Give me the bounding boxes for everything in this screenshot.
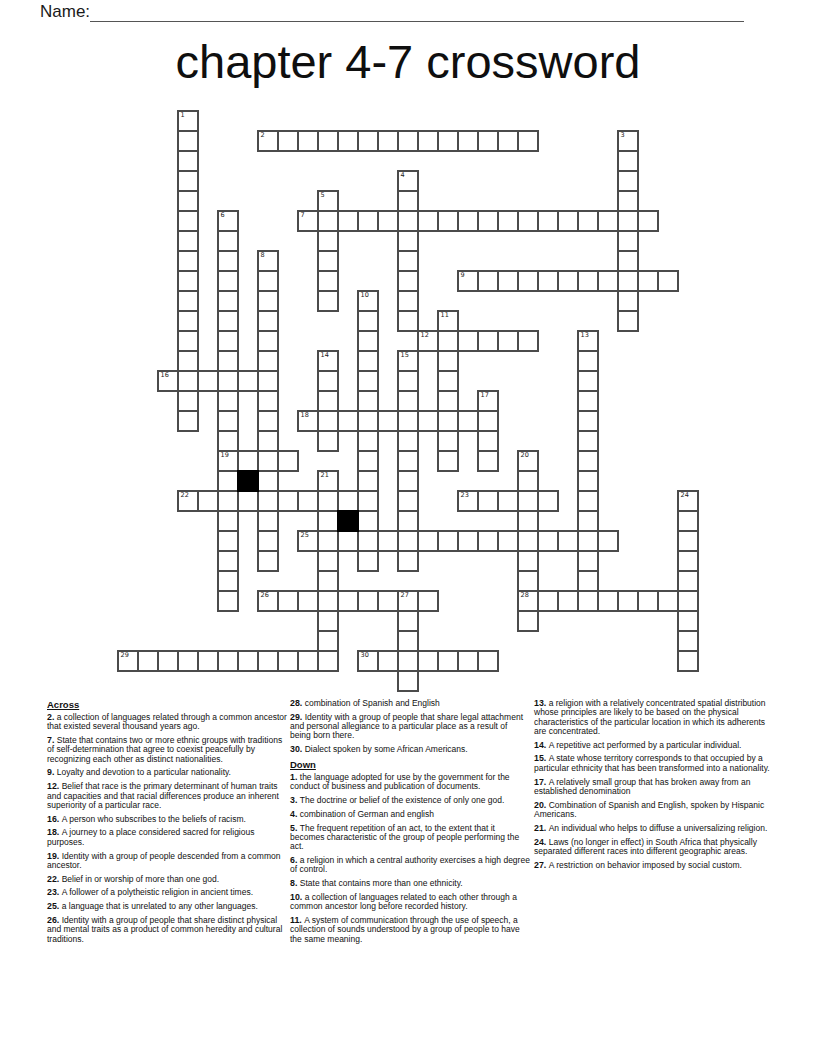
grid-cell[interactable] — [237, 450, 259, 472]
grid-cell[interactable] — [357, 530, 379, 552]
grid-cell[interactable] — [477, 410, 499, 432]
grid-cell[interactable] — [177, 330, 199, 352]
grid-cell[interactable] — [217, 490, 239, 512]
grid-cell[interactable] — [457, 410, 479, 432]
grid-cell[interactable] — [397, 450, 419, 472]
grid-cell[interactable]: 27 — [397, 590, 419, 612]
grid-cell[interactable] — [217, 250, 239, 272]
grid-cell[interactable] — [517, 270, 539, 292]
across-clue-18: 18. A journey to a place considered sacr… — [47, 828, 287, 847]
grid-cell[interactable] — [617, 230, 639, 252]
grid-cell[interactable]: 2 — [257, 130, 279, 152]
grid-cell[interactable]: 26 — [257, 590, 279, 612]
grid-cell[interactable] — [437, 410, 459, 432]
grid-cell[interactable] — [337, 410, 359, 432]
grid-cell[interactable] — [317, 530, 339, 552]
grid-cell[interactable] — [557, 210, 579, 232]
grid-cell[interactable] — [317, 410, 339, 432]
grid-cell[interactable] — [397, 630, 419, 652]
grid-cell[interactable] — [617, 170, 639, 192]
grid-cell[interactable] — [297, 590, 319, 612]
grid-cell[interactable] — [477, 530, 499, 552]
grid-cell[interactable] — [217, 410, 239, 432]
grid-cell[interactable] — [217, 230, 239, 252]
grid-cell[interactable] — [437, 370, 459, 392]
grid-cell[interactable] — [217, 330, 239, 352]
grid-cell[interactable]: 15 — [397, 350, 419, 372]
grid-cell[interactable] — [577, 590, 599, 612]
grid-cell[interactable] — [577, 530, 599, 552]
clue-number: 13 — [581, 332, 589, 340]
grid-cell[interactable] — [557, 530, 579, 552]
grid-cell[interactable] — [437, 330, 459, 352]
grid-cell[interactable] — [177, 350, 199, 372]
grid-cell[interactable] — [537, 490, 559, 512]
clue-number: 16 — [161, 372, 169, 380]
grid-cell[interactable] — [677, 550, 699, 572]
grid-cell[interactable] — [497, 530, 519, 552]
grid-cell[interactable] — [457, 650, 479, 672]
clue-number: 7 — [301, 212, 305, 220]
grid-cell[interactable]: 1 — [177, 110, 199, 132]
grid-cell[interactable]: 14 — [317, 350, 339, 372]
grid-cell[interactable] — [417, 650, 439, 672]
grid-cell[interactable] — [577, 390, 599, 412]
clue-column-2: 28. combination of Spanish and English29… — [290, 699, 530, 948]
grid-cell[interactable] — [217, 550, 239, 572]
name-blank-line — [90, 21, 744, 22]
grid-cell[interactable] — [397, 550, 419, 572]
grid-cell[interactable] — [517, 470, 539, 492]
grid-cell[interactable] — [437, 350, 459, 372]
grid-cell[interactable] — [577, 470, 599, 492]
grid-cell[interactable] — [557, 590, 579, 612]
grid-cell[interactable] — [677, 590, 699, 612]
grid-cell[interactable] — [477, 430, 499, 452]
grid-cell[interactable] — [177, 170, 199, 192]
grid-cell[interactable] — [477, 130, 499, 152]
grid-cell[interactable] — [397, 470, 419, 492]
grid-cell[interactable] — [397, 490, 419, 512]
grid-cell[interactable] — [177, 250, 199, 272]
grid-cell[interactable] — [657, 270, 679, 292]
grid-cell[interactable] — [577, 350, 599, 372]
grid-cell[interactable] — [317, 630, 339, 652]
grid-cell[interactable] — [377, 650, 399, 672]
grid-cell[interactable]: 30 — [357, 650, 379, 672]
grid-cell[interactable] — [517, 610, 539, 632]
grid-cell[interactable] — [277, 590, 299, 612]
grid-cell[interactable] — [217, 370, 239, 392]
grid-cell[interactable] — [337, 530, 359, 552]
grid-cell[interactable] — [357, 430, 379, 452]
grid-cell[interactable] — [497, 210, 519, 232]
across-clue-29: 29. Identity with a group of people that… — [290, 713, 530, 741]
grid-cell[interactable] — [237, 490, 259, 512]
grid-cell[interactable] — [477, 650, 499, 672]
across-clue-12: 12. Belief that race is the primary dete… — [47, 782, 287, 810]
grid-cell[interactable] — [177, 150, 199, 172]
grid-cell[interactable] — [277, 450, 299, 472]
grid-cell[interactable] — [277, 130, 299, 152]
grid-cell[interactable] — [317, 250, 339, 272]
grid-cell[interactable] — [217, 470, 239, 492]
grid-cell[interactable] — [257, 270, 279, 292]
grid-cell[interactable] — [217, 310, 239, 332]
grid-cell[interactable] — [677, 510, 699, 532]
grid-cell[interactable] — [457, 130, 479, 152]
grid-cell[interactable] — [597, 530, 619, 552]
grid-cell[interactable] — [357, 450, 379, 472]
name-row: Name: — [40, 2, 746, 24]
down-clue-21: 21. An individual who helps to diffuse a… — [534, 824, 774, 833]
grid-cell[interactable] — [577, 570, 599, 592]
grid-cell[interactable] — [617, 190, 639, 212]
grid-cell[interactable] — [217, 510, 239, 532]
grid-cell[interactable] — [257, 650, 279, 672]
grid-cell[interactable] — [397, 210, 419, 232]
clue-number: 18 — [301, 412, 309, 420]
grid-cell[interactable] — [217, 350, 239, 372]
grid-cell[interactable] — [397, 370, 419, 392]
grid-cell[interactable] — [317, 210, 339, 232]
grid-cell[interactable] — [357, 310, 379, 332]
grid-cell[interactable] — [357, 130, 379, 152]
grid-cell[interactable]: 29 — [117, 650, 139, 672]
grid-cell[interactable] — [357, 330, 379, 352]
grid-cell[interactable] — [357, 510, 379, 532]
grid-cell[interactable] — [337, 490, 359, 512]
grid-cell[interactable] — [297, 130, 319, 152]
grid-cell[interactable] — [397, 270, 419, 292]
grid-cell[interactable] — [377, 590, 399, 612]
across-clue-16: 16. A person who subscribes to the belie… — [47, 815, 287, 824]
grid-cell[interactable] — [617, 310, 639, 332]
grid-cell[interactable] — [397, 390, 419, 412]
grid-cell[interactable] — [437, 210, 459, 232]
grid-cell[interactable] — [417, 210, 439, 232]
clue-number: 30 — [361, 652, 369, 660]
grid-cell[interactable] — [177, 210, 199, 232]
clue-number: 27 — [401, 592, 409, 600]
grid-cell[interactable] — [257, 510, 279, 532]
grid-cell[interactable] — [397, 650, 419, 672]
grid-cell[interactable] — [377, 130, 399, 152]
grid-cell[interactable] — [257, 550, 279, 572]
grid-cell[interactable] — [257, 330, 279, 352]
grid-cell[interactable] — [417, 410, 439, 432]
grid-cell[interactable] — [397, 250, 419, 272]
grid-cell[interactable]: 5 — [317, 190, 339, 212]
grid-cell[interactable] — [177, 650, 199, 672]
grid-cell[interactable] — [177, 270, 199, 292]
grid-cell[interactable]: 8 — [257, 250, 279, 272]
grid-cell[interactable] — [397, 310, 419, 332]
grid-cell[interactable]: 7 — [297, 210, 319, 232]
grid-cell[interactable] — [257, 350, 279, 372]
grid-cell[interactable] — [357, 210, 379, 232]
grid-cell[interactable] — [417, 530, 439, 552]
grid-cell[interactable] — [517, 330, 539, 352]
grid-cell[interactable] — [577, 450, 599, 472]
clue-column-1: Across2. a collection of languages relat… — [47, 699, 287, 948]
clue-number: 22 — [181, 492, 189, 500]
across-clue-2: 2. a collection of languages related thr… — [47, 713, 287, 732]
grid-cell[interactable] — [257, 310, 279, 332]
grid-cell[interactable] — [377, 530, 399, 552]
grid-cell[interactable] — [237, 650, 259, 672]
grid-cell[interactable] — [617, 290, 639, 312]
grid-cell[interactable] — [357, 550, 379, 572]
grid-cell[interactable]: 24 — [677, 490, 699, 512]
grid-cell[interactable] — [497, 270, 519, 292]
grid-cell[interactable] — [677, 530, 699, 552]
grid-cell[interactable] — [677, 650, 699, 672]
grid-cell[interactable] — [477, 450, 499, 472]
grid-cell[interactable] — [357, 350, 379, 372]
grid-cell[interactable] — [257, 450, 279, 472]
grid-cell[interactable] — [597, 270, 619, 292]
grid-cell[interactable] — [357, 370, 379, 392]
grid-cell[interactable] — [617, 210, 639, 232]
grid-cell[interactable] — [417, 130, 439, 152]
grid-cell[interactable] — [217, 290, 239, 312]
grid-cell[interactable] — [317, 430, 339, 452]
grid-cell[interactable]: 25 — [297, 530, 319, 552]
grid-cell[interactable] — [257, 490, 279, 512]
grid-cell[interactable] — [577, 550, 599, 572]
grid-cell[interactable] — [517, 510, 539, 532]
grid-cell[interactable] — [317, 550, 339, 572]
grid-cell[interactable] — [617, 150, 639, 172]
clue-column-3: 13. a religion with a relatively concent… — [534, 699, 774, 874]
grid-cell[interactable] — [357, 390, 379, 412]
clue-number: 5 — [321, 192, 325, 200]
grid-cell[interactable] — [457, 530, 479, 552]
grid-cell[interactable] — [177, 290, 199, 312]
grid-cell[interactable] — [577, 510, 599, 532]
grid-cell[interactable] — [637, 590, 659, 612]
grid-cell[interactable] — [617, 270, 639, 292]
grid-cell[interactable] — [357, 490, 379, 512]
grid-cell[interactable] — [177, 130, 199, 152]
grid-cell[interactable] — [317, 370, 339, 392]
grid-cell[interactable] — [577, 490, 599, 512]
grid-cell[interactable] — [257, 370, 279, 392]
clue-number: 28 — [521, 592, 529, 600]
grid-cell[interactable] — [317, 270, 339, 292]
grid-cell[interactable] — [277, 490, 299, 512]
grid-cell[interactable] — [177, 370, 199, 392]
down-clue-6: 6. a religion in which a central authori… — [290, 856, 530, 875]
grid-cell[interactable] — [517, 130, 539, 152]
grid-cell[interactable] — [337, 590, 359, 612]
grid-cell[interactable] — [577, 430, 599, 452]
grid-cell[interactable] — [597, 590, 619, 612]
grid-cell[interactable] — [217, 390, 239, 412]
clue-number: 21 — [321, 472, 329, 480]
grid-cell[interactable] — [397, 510, 419, 532]
grid-cell[interactable] — [297, 490, 319, 512]
grid-cell[interactable]: 28 — [517, 590, 539, 612]
grid-cell[interactable] — [517, 550, 539, 572]
grid-cell[interactable] — [537, 530, 559, 552]
grid-cell[interactable] — [677, 570, 699, 592]
grid-cell[interactable] — [157, 650, 179, 672]
grid-cell[interactable] — [217, 430, 239, 452]
grid-cell[interactable] — [337, 130, 359, 152]
grid-cell[interactable] — [397, 290, 419, 312]
clue-number: 14 — [321, 352, 329, 360]
grid-cell[interactable] — [397, 230, 419, 252]
grid-cell[interactable] — [217, 650, 239, 672]
down-clue-27: 27. A restriction on behavior imposed by… — [534, 861, 774, 870]
grid-cell[interactable] — [357, 410, 379, 432]
across-clue-26: 26. Identity with a group of people that… — [47, 916, 287, 944]
grid-cell[interactable] — [517, 210, 539, 232]
grid-cell[interactable] — [197, 490, 219, 512]
grid-cell[interactable] — [397, 190, 419, 212]
grid-cell[interactable]: 12 — [417, 330, 439, 352]
grid-cell[interactable] — [357, 590, 379, 612]
grid-cell[interactable] — [457, 210, 479, 232]
grid-cell[interactable] — [317, 510, 339, 532]
clue-number: 26 — [261, 592, 269, 600]
grid-cell[interactable] — [297, 650, 319, 672]
grid-cell[interactable] — [237, 370, 259, 392]
grid-cell[interactable] — [177, 410, 199, 432]
grid-cell[interactable]: 13 — [577, 330, 599, 352]
grid-cell[interactable] — [557, 270, 579, 292]
grid-cell[interactable] — [417, 590, 439, 612]
grid-cell[interactable] — [637, 210, 659, 232]
grid-cell[interactable] — [437, 430, 459, 452]
grid-cell[interactable] — [317, 290, 339, 312]
grid-cell[interactable] — [177, 190, 199, 212]
grid-cell[interactable] — [137, 650, 159, 672]
grid-cell[interactable] — [357, 470, 379, 492]
grid-cell[interactable]: 20 — [517, 450, 539, 472]
grid-cell[interactable] — [217, 590, 239, 612]
grid-cell[interactable] — [477, 270, 499, 292]
grid-cell[interactable] — [517, 490, 539, 512]
grid-cell[interactable]: 19 — [217, 450, 239, 472]
grid-cell[interactable] — [177, 310, 199, 332]
grid-cell[interactable] — [477, 330, 499, 352]
grid-cell[interactable] — [257, 290, 279, 312]
grid-cell[interactable] — [277, 650, 299, 672]
grid-cell[interactable] — [517, 570, 539, 592]
grid-cell[interactable] — [257, 430, 279, 452]
across-clue-25: 25. a language that is unrelated to any … — [47, 902, 287, 911]
grid-cell[interactable]: 21 — [317, 470, 339, 492]
across-clue-30: 30. Dialect spoken by some African Ameri… — [290, 745, 530, 754]
grid-cell[interactable] — [677, 610, 699, 632]
grid-cell[interactable] — [197, 370, 219, 392]
grid-cell[interactable] — [617, 250, 639, 272]
grid-cell[interactable] — [377, 410, 399, 432]
grid-cell[interactable] — [437, 390, 459, 412]
grid-cell[interactable] — [577, 210, 599, 232]
grid-cell[interactable] — [497, 130, 519, 152]
grid-cell[interactable] — [397, 670, 419, 692]
grid-cell[interactable] — [317, 650, 339, 672]
grid-cell[interactable] — [497, 330, 519, 352]
grid-cell[interactable] — [537, 210, 559, 232]
grid-cell[interactable] — [677, 630, 699, 652]
grid-cell[interactable]: 18 — [297, 410, 319, 432]
grid-cell[interactable]: 11 — [437, 310, 459, 332]
grid-cell[interactable] — [517, 530, 539, 552]
grid-cell[interactable] — [177, 230, 199, 252]
grid-cell[interactable] — [317, 490, 339, 512]
across-clue-7: 7. State that contains two or more ethni… — [47, 736, 287, 764]
grid-cell[interactable]: 4 — [397, 170, 419, 192]
grid-cell[interactable] — [257, 390, 279, 412]
grid-cell[interactable]: 16 — [157, 370, 179, 392]
grid-cell[interactable] — [397, 430, 419, 452]
grid-cell[interactable] — [397, 410, 419, 432]
grid-cell[interactable] — [437, 130, 459, 152]
grid-cell[interactable] — [657, 590, 679, 612]
grid-cell[interactable] — [397, 530, 419, 552]
grid-cell[interactable] — [317, 590, 339, 612]
grid-cell[interactable] — [497, 490, 519, 512]
grid-cell[interactable] — [397, 130, 419, 152]
grid-cell[interactable]: 10 — [357, 290, 379, 312]
grid-cell[interactable] — [457, 330, 479, 352]
grid-cell[interactable] — [477, 490, 499, 512]
grid-cell[interactable]: 22 — [177, 490, 199, 512]
grid-cell[interactable] — [177, 390, 199, 412]
grid-cell[interactable] — [437, 450, 459, 472]
grid-cell[interactable] — [317, 230, 339, 252]
grid-cell[interactable] — [577, 370, 599, 392]
grid-cell[interactable] — [637, 270, 659, 292]
grid-cell[interactable] — [537, 590, 559, 612]
grid-cell[interactable] — [477, 210, 499, 232]
grid-cell[interactable] — [217, 530, 239, 552]
grid-cell[interactable] — [377, 210, 399, 232]
grid-cell[interactable]: 17 — [477, 390, 499, 412]
grid-cell[interactable] — [317, 130, 339, 152]
grid-cell[interactable]: 3 — [617, 130, 639, 152]
grid-cell[interactable] — [537, 270, 559, 292]
grid-cell[interactable] — [577, 410, 599, 432]
grid-cell[interactable]: 9 — [457, 270, 479, 292]
grid-cell[interactable] — [317, 390, 339, 412]
grid-cell[interactable] — [597, 210, 619, 232]
grid-cell[interactable] — [437, 650, 459, 672]
grid-cell[interactable]: 23 — [457, 490, 479, 512]
down-clue-4: 4. combination of German and english — [290, 810, 530, 819]
grid-cell[interactable] — [437, 530, 459, 552]
clue-number: 17 — [481, 392, 489, 400]
grid-cell[interactable] — [337, 210, 359, 232]
grid-cell[interactable] — [257, 410, 279, 432]
grid-cell[interactable] — [257, 470, 279, 492]
grid-cell[interactable] — [317, 570, 339, 592]
grid-cell[interactable] — [617, 590, 639, 612]
grid-cell[interactable] — [577, 270, 599, 292]
grid-cell[interactable] — [397, 610, 419, 632]
grid-cell[interactable]: 6 — [217, 210, 239, 232]
grid-cell[interactable] — [317, 610, 339, 632]
grid-cell[interactable] — [257, 530, 279, 552]
grid-cell[interactable] — [217, 570, 239, 592]
grid-cell[interactable] — [197, 650, 219, 672]
grid-cell[interactable] — [217, 270, 239, 292]
